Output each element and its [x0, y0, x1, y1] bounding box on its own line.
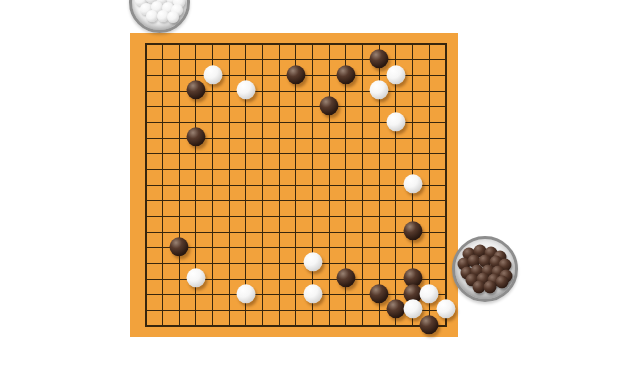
white-stone: [203, 65, 222, 84]
grid-line-horizontal: [145, 185, 447, 186]
grid-line-horizontal: [145, 169, 447, 170]
white-stone: [403, 300, 422, 319]
white-stone-bowl: [129, 0, 190, 33]
black-stone: [186, 128, 205, 147]
go-board[interactable]: [130, 33, 458, 337]
white-stone: [386, 112, 405, 131]
white-stone: [236, 284, 255, 303]
grid-line-horizontal: [145, 294, 447, 295]
page: [0, 0, 640, 380]
grid-line-horizontal: [145, 232, 447, 233]
black-stone: [336, 268, 355, 287]
white-stone: [420, 284, 439, 303]
black-stone: [403, 221, 422, 240]
black-bowl-ball: [484, 281, 497, 294]
black-stone: [370, 49, 389, 68]
white-stone: [403, 175, 422, 194]
grid-line-horizontal: [145, 153, 447, 154]
grid-line-horizontal: [145, 325, 447, 327]
grid-line-horizontal: [145, 59, 447, 60]
grid-line-horizontal: [145, 263, 447, 264]
white-stone: [303, 284, 322, 303]
grid-line-horizontal: [145, 43, 447, 45]
grid-line-horizontal: [145, 106, 447, 107]
white-stone: [303, 253, 322, 272]
black-stone: [320, 96, 339, 115]
black-stone: [420, 315, 439, 334]
white-stone: [186, 268, 205, 287]
white-stone: [370, 81, 389, 100]
grid-line-horizontal: [145, 216, 447, 217]
black-bowl-ball: [496, 276, 509, 289]
grid-line-horizontal: [145, 200, 447, 201]
white-bowl-ball: [167, 11, 179, 23]
black-stone: [286, 65, 305, 84]
white-stone: [436, 300, 455, 319]
black-stone: [170, 237, 189, 256]
black-stone: [186, 81, 205, 100]
grid-line-horizontal: [145, 247, 447, 248]
black-stone: [370, 284, 389, 303]
white-stone: [236, 81, 255, 100]
black-stone-bowl: [452, 236, 518, 302]
black-stone: [336, 65, 355, 84]
white-stone: [386, 65, 405, 84]
